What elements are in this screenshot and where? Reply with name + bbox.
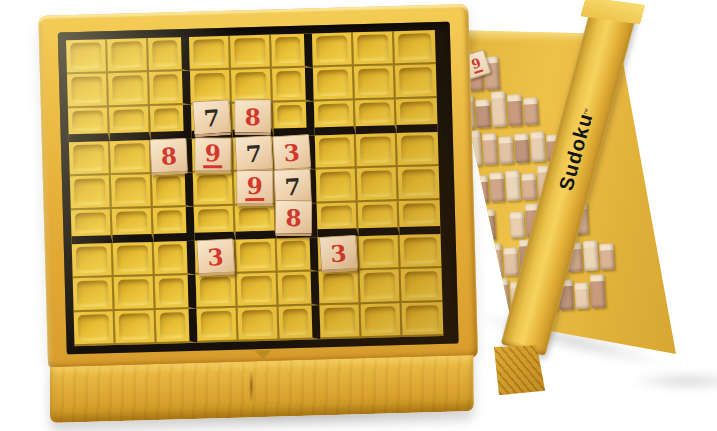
spare-tile[interactable] [521, 173, 537, 200]
cell-r9c9[interactable] [401, 302, 443, 337]
cell-pocket [277, 105, 303, 126]
cell-pocket [111, 41, 143, 68]
cell-pocket [324, 307, 356, 334]
board-surface: 78897397833 [58, 22, 459, 355]
cell-r8c4[interactable] [196, 274, 238, 309]
sudoku-grid: 78897397833 [66, 30, 450, 346]
cell-r1c7[interactable] [312, 32, 354, 67]
tile-9-r5c5[interactable]: 9 [236, 170, 273, 206]
cell-r5c9[interactable] [398, 166, 440, 201]
cell-pocket [317, 69, 349, 96]
cell-pocket [234, 38, 266, 65]
spare-tile[interactable] [491, 91, 507, 127]
cell-pocket [400, 101, 434, 122]
cell-pocket [365, 306, 397, 333]
tile-8-r4c3[interactable]: 8 [149, 138, 188, 176]
cell-pocket [276, 71, 302, 98]
cell-pocket [70, 42, 102, 69]
cell-r1c4[interactable] [189, 36, 231, 71]
cell-r9c6[interactable] [279, 305, 321, 340]
cell-r7c5[interactable] [236, 239, 278, 274]
cell-pocket [362, 204, 394, 225]
cell-r3c9[interactable] [396, 98, 438, 133]
cell-r3c8[interactable] [355, 99, 397, 134]
spare-tile[interactable] [514, 133, 530, 163]
cell-pocket [316, 35, 348, 62]
cell-r6c9[interactable] [399, 200, 441, 235]
cell-r4c5[interactable]: 7 [233, 137, 275, 172]
cell-r2c7[interactable] [313, 66, 355, 101]
tile-8-r3c5[interactable]: 8 [234, 99, 271, 135]
cell-r4c9[interactable] [397, 132, 439, 167]
cell-r6c3[interactable] [153, 207, 195, 242]
cell-pocket [281, 241, 307, 268]
cell-pocket [76, 246, 108, 273]
cell-pocket [321, 205, 353, 226]
cell-pocket [113, 109, 145, 130]
cell-r3c5[interactable]: 8 [232, 103, 274, 138]
cell-pocket [323, 273, 355, 300]
cell-r3c6[interactable] [273, 101, 315, 136]
cell-pocket [319, 137, 351, 164]
cell-r1c9[interactable] [394, 30, 436, 65]
cell-r2c2[interactable] [108, 72, 150, 107]
cell-r6c4[interactable] [194, 206, 236, 241]
cell-pocket [406, 305, 440, 332]
cell-pocket [72, 110, 104, 131]
cell-pocket [153, 74, 179, 101]
cell-r8c5[interactable] [237, 273, 279, 308]
cell-r9c5[interactable] [238, 306, 280, 341]
cell-pocket [240, 242, 272, 269]
cell-r1c2[interactable] [107, 38, 149, 73]
cell-pocket [78, 314, 110, 341]
cell-r8c9[interactable] [401, 268, 443, 303]
tile-7-r3c4[interactable]: 7 [192, 99, 231, 137]
cell-r5c5[interactable]: 9 [234, 171, 276, 206]
cell-r2c3[interactable] [149, 71, 191, 106]
cell-r4c6[interactable]: 3 [274, 135, 316, 170]
cell-pocket [116, 211, 148, 232]
cell-r6c5[interactable] [235, 205, 277, 240]
spare-tile[interactable] [487, 243, 503, 277]
product-photo-scene: 29 ™ Sudoku 78897397833 [0, 0, 717, 431]
spare-tile[interactable] [503, 247, 519, 276]
cell-pocket [119, 313, 151, 340]
cell-pocket [275, 37, 301, 64]
tile-3-r4c6[interactable]: 3 [272, 134, 311, 172]
cell-r7c6[interactable] [277, 237, 319, 272]
cell-pocket [361, 170, 393, 197]
cell-pocket [112, 75, 144, 102]
cell-r8c3[interactable] [155, 275, 197, 310]
wood-knot [249, 369, 254, 403]
cell-r4c4[interactable]: 9 [192, 138, 234, 173]
cell-pocket [154, 108, 180, 129]
cell-pocket [157, 210, 183, 231]
brand-label: Sudoku [555, 110, 598, 193]
cell-r5c4[interactable] [193, 172, 235, 207]
cell-pocket [363, 238, 395, 265]
cell-pocket [198, 209, 230, 230]
cell-r5c8[interactable] [357, 167, 399, 202]
cell-r8c6[interactable] [278, 271, 320, 306]
cell-r7c4[interactable]: 3 [195, 240, 237, 275]
cell-pocket [283, 309, 309, 336]
cell-pocket [235, 72, 267, 99]
cell-r9c2[interactable] [115, 310, 157, 345]
drawer-shelf-row [466, 124, 562, 166]
spare-tile[interactable] [523, 97, 539, 125]
cell-r6c6[interactable]: 8 [276, 203, 318, 238]
cell-r8c7[interactable] [319, 270, 361, 305]
cell-r9c3[interactable] [156, 309, 198, 344]
cell-r7c7[interactable]: 3 [318, 236, 360, 271]
cell-r4c1[interactable] [69, 141, 111, 176]
spare-tile[interactable] [583, 240, 599, 271]
cell-pocket [357, 34, 389, 61]
cell-pocket [404, 237, 438, 264]
cell-r8c1[interactable] [73, 277, 115, 312]
cell-r4c8[interactable] [356, 133, 398, 168]
box-front-face [50, 355, 474, 423]
finger-notch [254, 350, 272, 359]
cell-pocket [399, 67, 433, 94]
cell-pocket [152, 40, 178, 67]
cell-pocket [401, 135, 435, 162]
cell-pocket [74, 178, 106, 205]
cell-pocket [71, 76, 103, 103]
cell-r9c1[interactable] [74, 311, 116, 346]
cell-pocket [75, 212, 107, 233]
cell-r3c1[interactable] [68, 107, 110, 142]
spare-tile[interactable] [498, 136, 514, 164]
board-frame: 78897397833 [38, 4, 478, 370]
cell-r6c1[interactable] [71, 209, 113, 244]
cell-pocket [201, 311, 233, 338]
cell-r7c2[interactable] [113, 242, 155, 277]
cell-r1c3[interactable] [148, 37, 190, 72]
cell-pocket [73, 144, 105, 171]
cell-pocket [115, 177, 147, 204]
cell-pocket [239, 208, 271, 229]
tile-3-r7c4[interactable]: 3 [196, 238, 235, 276]
spare-tile[interactable] [599, 243, 615, 270]
cell-pocket [360, 136, 392, 163]
cell-pocket [159, 278, 185, 305]
cell-r1c6[interactable] [271, 33, 313, 68]
cell-r8c2[interactable] [114, 276, 156, 311]
cell-r6c8[interactable] [358, 201, 400, 236]
cell-pocket [403, 203, 437, 224]
cell-r9c8[interactable] [361, 303, 403, 338]
cell-pocket [364, 272, 396, 299]
spare-tile[interactable] [482, 133, 498, 165]
cell-r7c9[interactable] [400, 234, 442, 269]
cell-r7c1[interactable] [72, 243, 114, 278]
cell-pocket [318, 103, 350, 124]
cell-r4c7[interactable] [315, 134, 357, 169]
cell-r9c4[interactable] [197, 308, 239, 343]
cell-pocket [405, 271, 439, 298]
spare-tile[interactable] [530, 131, 546, 162]
cell-r6c2[interactable] [112, 208, 154, 243]
cell-pocket [160, 312, 186, 339]
cell-pocket [241, 276, 273, 303]
cell-r2c1[interactable] [67, 73, 109, 108]
tile-8-r6c6[interactable]: 8 [274, 200, 311, 236]
spare-tile[interactable] [489, 172, 505, 202]
spare-tile[interactable] [475, 99, 491, 128]
cell-pocket [77, 280, 109, 307]
cell-pocket [402, 169, 436, 196]
cell-r2c6[interactable] [272, 67, 314, 102]
spare-tile[interactable] [507, 94, 523, 126]
tile-7-r4c5[interactable]: 7 [234, 135, 273, 173]
spare-tile[interactable] [590, 274, 606, 308]
cell-r5c7[interactable] [316, 168, 358, 203]
cell-pocket [359, 102, 391, 123]
cell-r3c4[interactable]: 7 [191, 104, 233, 139]
cell-pocket [158, 244, 184, 271]
cell-pocket [197, 175, 229, 202]
cell-pocket [118, 279, 150, 306]
cell-r1c1[interactable] [66, 39, 108, 74]
cell-pocket [242, 310, 274, 337]
cell-pocket [320, 171, 352, 198]
sudoku-board-box: 78897397833 [38, 4, 479, 428]
cell-pocket [117, 245, 149, 272]
cell-pocket [398, 33, 432, 60]
cell-pocket [194, 73, 226, 100]
cell-r5c1[interactable] [70, 175, 112, 210]
cell-r5c2[interactable] [111, 174, 153, 209]
rail-top-face [580, 0, 645, 32]
cell-pocket [193, 39, 225, 66]
tile-9-r4c4[interactable]: 9 [194, 137, 231, 173]
tile-3-r7c7[interactable]: 3 [318, 235, 357, 273]
cell-r9c7[interactable] [320, 304, 362, 339]
cell-pocket [200, 277, 232, 304]
cell-r6c7[interactable] [317, 202, 359, 237]
drawer-rail-end-cap [481, 334, 556, 406]
spare-tile[interactable] [505, 170, 521, 201]
cell-r8c8[interactable] [360, 269, 402, 304]
cell-r7c3[interactable] [154, 241, 196, 276]
cell-pocket [282, 275, 308, 302]
cell-r1c5[interactable] [230, 35, 272, 70]
cell-r4c3[interactable]: 8 [151, 139, 193, 174]
spare-tile[interactable] [574, 282, 590, 309]
cell-pocket [156, 176, 182, 203]
cell-r3c2[interactable] [109, 106, 151, 141]
tile-drawer: 29 ™ Sudoku [440, 6, 717, 431]
spare-tile[interactable] [509, 211, 525, 238]
cell-r1c8[interactable] [353, 31, 395, 66]
cell-r2c9[interactable] [395, 64, 437, 99]
cell-r2c8[interactable] [354, 65, 396, 100]
cell-pocket [358, 68, 390, 95]
spare-tile[interactable] [494, 278, 510, 314]
cell-r5c3[interactable] [152, 173, 194, 208]
cell-r3c3[interactable] [150, 105, 192, 140]
spare-tile[interactable] [480, 209, 496, 240]
spare-tile[interactable] [473, 175, 489, 203]
cell-r4c2[interactable] [110, 140, 152, 175]
cell-r7c8[interactable] [359, 235, 401, 270]
cell-pocket [114, 143, 146, 170]
cell-r3c7[interactable] [314, 100, 356, 135]
